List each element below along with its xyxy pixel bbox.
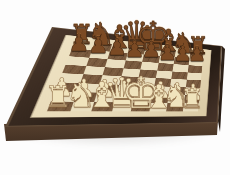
piece-black-pawn-a7[interactable]: ♟	[68, 32, 89, 56]
piece-white-rook-h1[interactable]: ♜	[180, 86, 204, 112]
chess-set-photo: ♜♞♝♛♚♝♞♜♟♟♟♟♟♟♟♟♟♟♟♟♟♟♟♟♜♞♝♛♚♝♞♜	[0, 0, 230, 175]
piece-black-pawn-h7[interactable]: ♟	[188, 44, 207, 65]
